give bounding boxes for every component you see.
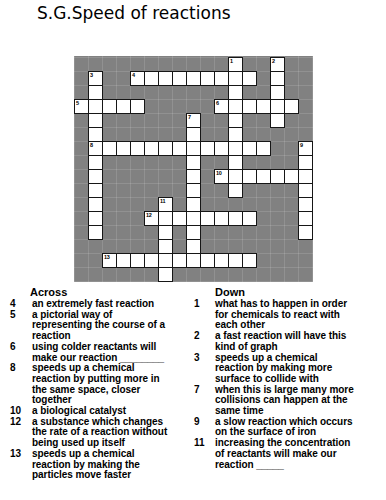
crossword-cell[interactable]: [88, 85, 103, 100]
crossword-cell[interactable]: [298, 169, 313, 184]
crossword-cell[interactable]: [228, 113, 243, 128]
crossword-cell[interactable]: [144, 253, 159, 268]
crossword-cell[interactable]: [242, 141, 257, 156]
clue-text: when this is large many more collisions …: [215, 385, 357, 417]
crossword-cell[interactable]: [242, 253, 257, 268]
crossword-cell[interactable]: [186, 183, 201, 198]
clue-number: 7: [194, 385, 215, 396]
crossword-cell[interactable]: [172, 211, 187, 226]
crossword-cell[interactable]: [186, 211, 201, 226]
crossword-cell[interactable]: [228, 169, 243, 184]
crossword-cell[interactable]: [102, 99, 117, 114]
crossword-cell[interactable]: [116, 253, 131, 268]
crossword-cell[interactable]: [228, 183, 243, 198]
crossword-cell[interactable]: [88, 169, 103, 184]
crossword-cell[interactable]: [158, 211, 173, 226]
clue-item: 3speeds up a chemical reaction by making…: [194, 353, 382, 385]
clue-number: 11: [194, 438, 215, 449]
crossword-cell[interactable]: 5: [74, 99, 89, 114]
crossword-cell[interactable]: [186, 225, 201, 240]
clue-number: 12: [10, 417, 32, 428]
clue-item: 2a fast reaction will have this kind of …: [194, 331, 382, 352]
crossword-cell[interactable]: [116, 141, 131, 156]
crossword-cell[interactable]: 2: [270, 57, 285, 72]
clue-number: 8: [10, 363, 32, 374]
crossword-cell[interactable]: [158, 267, 173, 282]
cell-number: 5: [76, 100, 79, 106]
crossword-cell[interactable]: 10: [214, 169, 229, 184]
clue-number: 2: [194, 331, 215, 342]
clue-item: 12a substance which changes the rate of …: [10, 417, 188, 449]
crossword-cell[interactable]: [270, 113, 285, 128]
crossword-cell[interactable]: [228, 71, 243, 86]
cell-number: 11: [160, 198, 165, 204]
crossword-cell[interactable]: [214, 71, 229, 86]
crossword-cell[interactable]: [186, 253, 201, 268]
cell-number: 13: [104, 254, 110, 260]
crossword-cell[interactable]: 12: [144, 211, 159, 226]
crossword-cell[interactable]: [214, 141, 229, 156]
clue-number: 13: [10, 449, 32, 460]
clue-text: speeds up a chemical reaction by putting…: [32, 363, 174, 406]
crossword-cell[interactable]: 13: [102, 253, 117, 268]
clue-item: 13speeds up a chemical reaction by makin…: [10, 449, 188, 481]
crossword-cell[interactable]: [102, 141, 117, 156]
down-header: Down: [215, 287, 382, 298]
cell-number: 2: [272, 58, 275, 64]
crossword-cell[interactable]: [270, 71, 285, 86]
crossword-cell[interactable]: [228, 85, 243, 100]
cell-number: 4: [132, 72, 135, 78]
clue-number: 3: [194, 353, 215, 364]
clue-text: a fast reaction will have this kind of g…: [215, 331, 357, 352]
crossword-cell[interactable]: [88, 197, 103, 212]
crossword-cell[interactable]: [284, 99, 299, 114]
crossword-cell[interactable]: 6: [214, 99, 229, 114]
crossword-cell[interactable]: [172, 253, 187, 268]
clue-text: using colder reactants will make our rea…: [32, 342, 174, 363]
crossword-cell[interactable]: [158, 225, 173, 240]
crossword-cell[interactable]: [186, 71, 201, 86]
clue-item: 11increasing the concentration of reacta…: [194, 438, 382, 470]
clue-item: 6using colder reactants will make our re…: [10, 342, 188, 363]
crossword-cell[interactable]: [158, 239, 173, 254]
crossword-cell[interactable]: [200, 211, 215, 226]
crossword-cell[interactable]: [200, 141, 215, 156]
crossword-cell[interactable]: [270, 85, 285, 100]
crossword-cell[interactable]: [270, 169, 285, 184]
page-title: S.G.Speed of reactions: [37, 3, 231, 23]
crossword-cell[interactable]: [186, 127, 201, 142]
clue-item: 8speeds up a chemical reaction by puttin…: [10, 363, 188, 406]
crossword-cell[interactable]: 8: [88, 141, 103, 156]
clue-text: speeds up a chemical reaction by making …: [215, 353, 357, 385]
crossword-cell[interactable]: [186, 197, 201, 212]
crossword-cell[interactable]: [228, 141, 243, 156]
crossword-cell[interactable]: [186, 141, 201, 156]
crossword-cell[interactable]: [242, 99, 257, 114]
crossword-cell[interactable]: [116, 99, 131, 114]
crossword-cell[interactable]: [200, 253, 215, 268]
crossword-cell[interactable]: [228, 211, 243, 226]
crossword-cell[interactable]: 7: [186, 113, 201, 128]
clue-text: a substance which changes the rate of a …: [32, 417, 174, 449]
crossword-cell[interactable]: [256, 169, 271, 184]
across-header: Across: [30, 287, 188, 298]
across-clues-column: Across 4an extremely fast reaction5a pic…: [10, 287, 188, 481]
clue-item: 1what has to happen in order for chemica…: [194, 299, 382, 331]
crossword-cell[interactable]: 1: [228, 57, 243, 72]
crossword-cell[interactable]: [242, 211, 257, 226]
clue-text: increasing the concentration of reactant…: [215, 438, 357, 470]
crossword-cell[interactable]: [256, 141, 271, 156]
clue-text: speeds up a chemical reaction by making …: [32, 449, 174, 481]
cell-number: 3: [90, 72, 93, 78]
crossword-cell[interactable]: [88, 99, 103, 114]
clue-number: 6: [10, 342, 32, 353]
clue-item: 5a pictorial way of representing the cou…: [10, 310, 188, 342]
cell-number: 7: [188, 114, 191, 120]
crossword-cell[interactable]: [214, 253, 229, 268]
crossword-cell[interactable]: [130, 141, 145, 156]
crossword-cell[interactable]: [172, 71, 187, 86]
across-clue-list: 4an extremely fast reaction5a pictorial …: [10, 299, 188, 481]
clue-item: 7when this is large many more collisions…: [194, 385, 382, 417]
crossword-cell[interactable]: [158, 71, 173, 86]
crossword-cell[interactable]: [256, 99, 271, 114]
down-clue-list: 1what has to happen in order for chemica…: [194, 299, 382, 470]
crossword-cell[interactable]: [284, 169, 299, 184]
crossword-cell[interactable]: [228, 99, 243, 114]
crossword-cell[interactable]: [242, 71, 257, 86]
crossword-cell[interactable]: [228, 155, 243, 170]
crossword-cell[interactable]: [270, 99, 285, 114]
cell-number: 9: [300, 142, 303, 148]
crossword-cell[interactable]: [186, 169, 201, 184]
crossword-cell[interactable]: [130, 99, 145, 114]
crossword-cell[interactable]: [172, 141, 187, 156]
crossword-cell[interactable]: [130, 253, 145, 268]
crossword-cell[interactable]: [200, 71, 215, 86]
crossword-cell[interactable]: [228, 253, 243, 268]
cell-number: 12: [146, 212, 152, 218]
crossword-cell[interactable]: [298, 225, 313, 240]
crossword-cell[interactable]: 4: [130, 71, 145, 86]
crossword-cell[interactable]: [88, 225, 103, 240]
crossword-cell[interactable]: [88, 127, 103, 142]
worksheet-page: S.G.Speed of reactions 12345678910111213…: [0, 0, 386, 500]
crossword-cell[interactable]: 9: [298, 141, 313, 156]
crossword-cell[interactable]: [88, 211, 103, 226]
clue-text: a pictorial way of representing the cour…: [32, 310, 174, 342]
crossword-cell[interactable]: [186, 239, 201, 254]
crossword-cell[interactable]: [214, 211, 229, 226]
clue-number: 1: [194, 299, 215, 310]
cell-number: 6: [216, 100, 219, 106]
clue-number: 9: [194, 417, 215, 428]
crossword-cell[interactable]: [158, 141, 173, 156]
clue-text: a slow reaction which occurs on the surf…: [215, 417, 357, 438]
cell-number: 10: [216, 170, 222, 176]
crossword-cell[interactable]: 11: [158, 197, 173, 212]
crossword-cell[interactable]: [298, 155, 313, 170]
crossword-cell[interactable]: 3: [88, 71, 103, 86]
crossword-board: 12345678910111213: [74, 56, 313, 282]
clue-text: what has to happen in order for chemical…: [215, 299, 357, 331]
crossword-cell[interactable]: [298, 183, 313, 198]
clue-number: 5: [10, 310, 32, 321]
crossword-cell[interactable]: [242, 169, 257, 184]
crossword-cell[interactable]: [88, 113, 103, 128]
crossword-cell[interactable]: [298, 197, 313, 212]
crossword-cell[interactable]: [144, 71, 159, 86]
crossword-cell[interactable]: [228, 127, 243, 142]
crossword-cell[interactable]: [186, 155, 201, 170]
crossword-cell[interactable]: [144, 141, 159, 156]
down-clues-column: Down 1what has to happen in order for ch…: [194, 287, 382, 470]
crossword-cell[interactable]: [88, 183, 103, 198]
crossword-cell[interactable]: [88, 155, 103, 170]
crossword-cell[interactable]: [298, 211, 313, 226]
clue-item: 9a slow reaction which occurs on the sur…: [194, 417, 382, 438]
cell-number: 8: [90, 142, 93, 148]
crossword-cell[interactable]: [158, 253, 173, 268]
cell-number: 1: [230, 58, 233, 64]
